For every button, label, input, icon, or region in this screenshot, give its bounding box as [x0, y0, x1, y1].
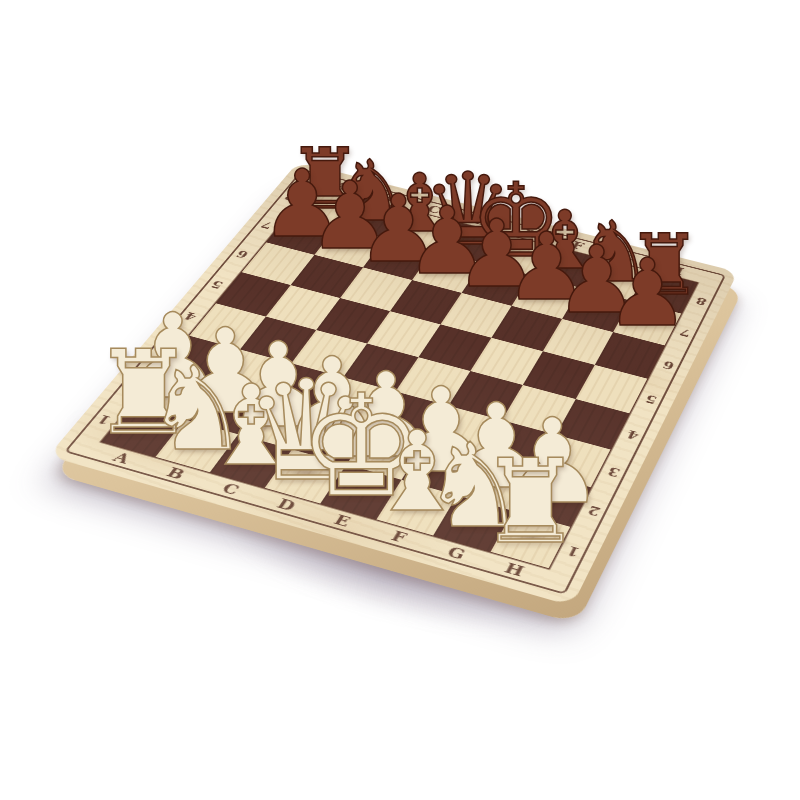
rank-label-right-3: 3 [605, 464, 622, 480]
rank-label-left-1: 1 [94, 412, 114, 427]
rank-label-left-8: 8 [282, 191, 299, 202]
file-label-front-e: E [331, 511, 354, 530]
file-label-back-a: A [331, 179, 350, 192]
rank-label-right-6: 6 [661, 358, 677, 372]
file-label-back-f: F [569, 239, 586, 252]
file-label-front-a: A [109, 449, 134, 467]
rank-label-right-1: 1 [564, 543, 582, 560]
rank-label-right-8: 8 [694, 295, 709, 308]
rank-label-left-2: 2 [125, 376, 145, 390]
file-label-front-c: C [219, 480, 243, 499]
chess-board: AABBCCDDEEFFGGHH1122334455667788 [48, 162, 738, 606]
file-label-front-h: H [502, 559, 528, 580]
file-label-back-e: E [520, 227, 538, 240]
rank-label-right-2: 2 [585, 503, 603, 519]
rank-label-left-4: 4 [181, 309, 200, 322]
rank-label-right-4: 4 [625, 427, 642, 442]
file-label-front-d: D [274, 495, 299, 514]
rank-label-left-5: 5 [208, 278, 226, 291]
rank-label-right-5: 5 [643, 392, 659, 406]
file-label-front-b: B [163, 464, 189, 483]
chess-set-photo: AABBCCDDEEFFGGHH1122334455667788 ♜♞♝♛♚♝♞… [0, 0, 800, 800]
file-label-front-g: G [444, 543, 468, 563]
rank-label-left-7: 7 [258, 219, 275, 231]
rank-label-left-6: 6 [234, 248, 252, 260]
rank-label-right-7: 7 [678, 326, 693, 339]
file-label-front-f: F [388, 527, 410, 546]
rank-label-left-3: 3 [154, 342, 173, 356]
